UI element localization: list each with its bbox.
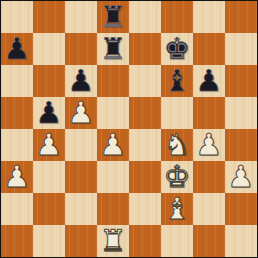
piece-white-pawn[interactable]: ♟ xyxy=(36,129,63,161)
square-e4[interactable] xyxy=(129,129,161,161)
square-b7[interactable] xyxy=(33,33,65,65)
square-a1[interactable] xyxy=(1,225,33,257)
square-d1[interactable]: ♜ xyxy=(97,225,129,257)
square-a6[interactable] xyxy=(1,65,33,97)
piece-white-rook[interactable]: ♜ xyxy=(100,225,127,257)
piece-white-pawn[interactable]: ♟ xyxy=(4,161,31,193)
piece-white-pawn[interactable]: ♟ xyxy=(68,97,95,129)
square-g3[interactable] xyxy=(193,161,225,193)
square-f2[interactable]: ♝ xyxy=(161,193,193,225)
square-e3[interactable] xyxy=(129,161,161,193)
square-g8[interactable] xyxy=(193,1,225,33)
piece-white-pawn[interactable]: ♟ xyxy=(228,161,255,193)
square-c8[interactable] xyxy=(65,1,97,33)
square-d2[interactable] xyxy=(97,193,129,225)
square-c6[interactable]: ♟ xyxy=(65,65,97,97)
piece-white-bishop[interactable]: ♝ xyxy=(164,193,191,225)
piece-white-knight[interactable]: ♞ xyxy=(164,129,191,161)
square-g7[interactable] xyxy=(193,33,225,65)
square-b2[interactable] xyxy=(33,193,65,225)
square-f7[interactable]: ♚ xyxy=(161,33,193,65)
square-f8[interactable] xyxy=(161,1,193,33)
square-c2[interactable] xyxy=(65,193,97,225)
square-h2[interactable] xyxy=(225,193,257,225)
piece-white-pawn[interactable]: ♟ xyxy=(100,129,127,161)
square-d3[interactable] xyxy=(97,161,129,193)
piece-black-bishop[interactable]: ♝ xyxy=(164,65,191,97)
square-b5[interactable]: ♟ xyxy=(33,97,65,129)
square-b4[interactable]: ♟ xyxy=(33,129,65,161)
square-a3[interactable]: ♟ xyxy=(1,161,33,193)
square-a2[interactable] xyxy=(1,193,33,225)
piece-white-king[interactable]: ♚ xyxy=(164,161,191,193)
square-f1[interactable] xyxy=(161,225,193,257)
square-c1[interactable] xyxy=(65,225,97,257)
square-d7[interactable]: ♜ xyxy=(97,33,129,65)
square-d5[interactable] xyxy=(97,97,129,129)
square-d8[interactable]: ♜ xyxy=(97,1,129,33)
square-e1[interactable] xyxy=(129,225,161,257)
piece-black-pawn[interactable]: ♟ xyxy=(196,65,223,97)
square-h1[interactable] xyxy=(225,225,257,257)
piece-black-rook[interactable]: ♜ xyxy=(100,33,127,65)
piece-black-king[interactable]: ♚ xyxy=(164,33,191,65)
piece-white-pawn[interactable]: ♟ xyxy=(196,129,223,161)
square-b8[interactable] xyxy=(33,1,65,33)
square-h4[interactable] xyxy=(225,129,257,161)
square-b6[interactable] xyxy=(33,65,65,97)
square-a7[interactable]: ♟ xyxy=(1,33,33,65)
square-a8[interactable] xyxy=(1,1,33,33)
square-e2[interactable] xyxy=(129,193,161,225)
square-c3[interactable] xyxy=(65,161,97,193)
piece-black-pawn[interactable]: ♟ xyxy=(4,33,31,65)
square-f3[interactable]: ♚ xyxy=(161,161,193,193)
square-e5[interactable] xyxy=(129,97,161,129)
square-a5[interactable] xyxy=(1,97,33,129)
square-f5[interactable] xyxy=(161,97,193,129)
square-h7[interactable] xyxy=(225,33,257,65)
square-e7[interactable] xyxy=(129,33,161,65)
square-h6[interactable] xyxy=(225,65,257,97)
square-d6[interactable] xyxy=(97,65,129,97)
piece-black-rook[interactable]: ♜ xyxy=(100,1,127,33)
square-b3[interactable] xyxy=(33,161,65,193)
square-c5[interactable]: ♟ xyxy=(65,97,97,129)
square-f6[interactable]: ♝ xyxy=(161,65,193,97)
square-e6[interactable] xyxy=(129,65,161,97)
square-g4[interactable]: ♟ xyxy=(193,129,225,161)
square-h3[interactable]: ♟ xyxy=(225,161,257,193)
chess-board: ♜♟♜♚♟♝♟♟♟♟♟♞♟♟♚♟♝♜ xyxy=(1,1,257,257)
square-e8[interactable] xyxy=(129,1,161,33)
square-h8[interactable] xyxy=(225,1,257,33)
square-c4[interactable] xyxy=(65,129,97,161)
square-g2[interactable] xyxy=(193,193,225,225)
square-c7[interactable] xyxy=(65,33,97,65)
square-d4[interactable]: ♟ xyxy=(97,129,129,161)
piece-black-pawn[interactable]: ♟ xyxy=(68,65,95,97)
chess-board-frame: ♜♟♜♚♟♝♟♟♟♟♟♞♟♟♚♟♝♜ xyxy=(0,0,258,258)
square-g1[interactable] xyxy=(193,225,225,257)
square-h5[interactable] xyxy=(225,97,257,129)
square-b1[interactable] xyxy=(33,225,65,257)
square-f4[interactable]: ♞ xyxy=(161,129,193,161)
square-a4[interactable] xyxy=(1,129,33,161)
piece-black-pawn[interactable]: ♟ xyxy=(36,97,63,129)
square-g6[interactable]: ♟ xyxy=(193,65,225,97)
square-g5[interactable] xyxy=(193,97,225,129)
